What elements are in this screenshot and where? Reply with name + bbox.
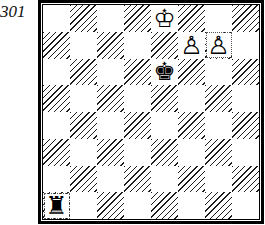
square-d5 [124, 85, 151, 112]
square-h6 [232, 59, 259, 86]
square-a4 [43, 112, 70, 139]
square-d1 [124, 192, 151, 219]
square-e5 [151, 85, 178, 112]
square-h7 [232, 32, 259, 59]
square-f7: ♙ [178, 32, 205, 59]
square-h4 [232, 112, 259, 139]
square-a2 [43, 166, 70, 193]
square-c6 [97, 59, 124, 86]
piece-white-king-e8: ♔ [153, 6, 175, 31]
square-d2 [124, 166, 151, 193]
square-g8 [205, 5, 232, 32]
square-f2 [178, 166, 205, 193]
square-a7 [43, 32, 70, 59]
square-g6 [205, 59, 232, 86]
square-e4 [151, 112, 178, 139]
square-c8 [97, 5, 124, 32]
square-f4 [178, 112, 205, 139]
diagram-number: 301 [0, 2, 26, 22]
square-a6 [43, 59, 70, 86]
piece-white-pawn-g7: ♙ [207, 33, 229, 58]
square-h3 [232, 139, 259, 166]
piece-white-pawn-f7: ♙ [180, 33, 202, 58]
square-f5 [178, 85, 205, 112]
square-b5 [70, 85, 97, 112]
piece-halo-g7: ♙ [207, 33, 231, 57]
square-d4 [124, 112, 151, 139]
square-b8 [70, 5, 97, 32]
square-h5 [232, 85, 259, 112]
square-h2 [232, 166, 259, 193]
square-g4 [205, 112, 232, 139]
square-d3 [124, 139, 151, 166]
chess-board: ♔♙♙♚♜ [38, 0, 264, 224]
square-e8: ♔ [151, 5, 178, 32]
square-g5 [205, 85, 232, 112]
square-c4 [97, 112, 124, 139]
square-f8 [178, 5, 205, 32]
square-a3 [43, 139, 70, 166]
square-c5 [97, 85, 124, 112]
square-b1 [70, 192, 97, 219]
square-d6 [124, 59, 151, 86]
square-c2 [97, 166, 124, 193]
square-e7 [151, 32, 178, 59]
square-e2 [151, 166, 178, 193]
square-b2 [70, 166, 97, 193]
square-b3 [70, 139, 97, 166]
square-h8 [232, 5, 259, 32]
piece-black-king-e6: ♚ [153, 59, 175, 84]
square-a1: ♜ [43, 192, 70, 219]
square-e3 [151, 139, 178, 166]
square-g3 [205, 139, 232, 166]
square-e1 [151, 192, 178, 219]
chess-board-inner: ♔♙♙♚♜ [42, 4, 260, 220]
square-c7 [97, 32, 124, 59]
square-f6 [178, 59, 205, 86]
square-d8 [124, 5, 151, 32]
square-g2 [205, 166, 232, 193]
square-g7: ♙ [205, 32, 232, 59]
piece-halo-a1: ♜ [45, 194, 69, 218]
square-h1 [232, 192, 259, 219]
square-b6 [70, 59, 97, 86]
square-b7 [70, 32, 97, 59]
square-f1 [178, 192, 205, 219]
square-b4 [70, 112, 97, 139]
square-a8 [43, 5, 70, 32]
piece-black-rook-a1: ♜ [45, 193, 67, 218]
square-c3 [97, 139, 124, 166]
chess-diagram-page: 301 ♔♙♙♚♜ [0, 0, 265, 225]
board-grid: ♔♙♙♚♜ [43, 5, 259, 219]
square-g1 [205, 192, 232, 219]
square-c1 [97, 192, 124, 219]
square-e6: ♚ [151, 59, 178, 86]
square-a5 [43, 85, 70, 112]
square-f3 [178, 139, 205, 166]
square-d7 [124, 32, 151, 59]
